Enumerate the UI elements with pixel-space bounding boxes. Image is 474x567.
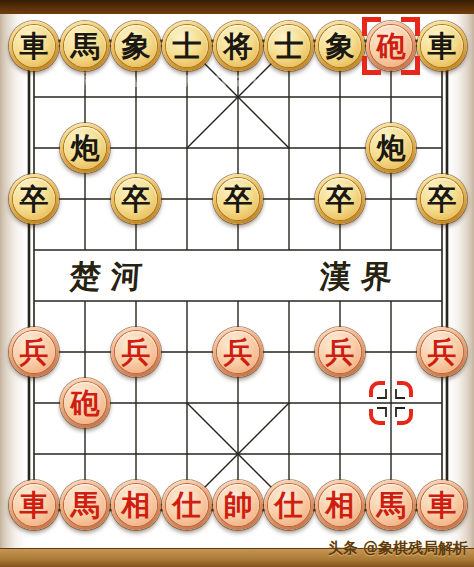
piece-glyph: 象 — [326, 21, 355, 71]
stud-icon — [101, 1, 109, 12]
piece-red-cannon[interactable]: 砲 — [366, 21, 416, 71]
board-top-rail — [0, 0, 474, 14]
river-label-han-jie: 漢界 — [295, 258, 428, 294]
piece-black-cannon[interactable]: 炮 — [60, 123, 110, 173]
piece-red-soldier[interactable]: 兵 — [315, 327, 365, 377]
stud-icon — [38, 1, 46, 12]
piece-red-cannon[interactable]: 砲 — [60, 378, 110, 428]
piece-red-horse[interactable]: 馬 — [60, 480, 110, 530]
piece-glyph: 馬 — [377, 480, 406, 530]
piece-glyph: 仕 — [275, 480, 304, 530]
piece-glyph: 馬 — [71, 480, 100, 530]
piece-red-soldier[interactable]: 兵 — [9, 327, 59, 377]
stud-icon — [291, 1, 299, 12]
stud-icon — [196, 553, 205, 562]
stud-icon — [228, 553, 237, 562]
piece-glyph: 士 — [275, 21, 304, 71]
stud-icon — [260, 1, 268, 12]
piece-black-cannon[interactable]: 炮 — [366, 123, 416, 173]
piece-red-chariot[interactable]: 車 — [9, 480, 59, 530]
piece-black-advisor[interactable]: 士 — [264, 21, 314, 71]
stud-icon — [133, 553, 142, 562]
watermark-bottom: 头条 @象棋残局解析 — [328, 539, 468, 558]
piece-glyph: 砲 — [71, 378, 100, 428]
piece-red-advisor[interactable]: 仕 — [162, 480, 212, 530]
stud-icon — [386, 1, 394, 12]
piece-glyph: 相 — [326, 480, 355, 530]
stud-icon — [450, 1, 458, 12]
piece-glyph: 将 — [224, 21, 253, 71]
piece-glyph: 象 — [122, 21, 151, 71]
piece-glyph: 仕 — [173, 480, 202, 530]
piece-black-soldier[interactable]: 卒 — [417, 174, 467, 224]
piece-glyph: 相 — [122, 480, 151, 530]
piece-red-elephant[interactable]: 相 — [111, 480, 161, 530]
piece-black-chariot[interactable]: 車 — [9, 21, 59, 71]
piece-glyph: 炮 — [71, 123, 100, 173]
stud-icon — [260, 553, 269, 562]
piece-glyph: 兵 — [20, 327, 49, 377]
stud-icon — [6, 553, 15, 562]
piece-glyph: 砲 — [377, 21, 406, 71]
piece-red-soldier[interactable]: 兵 — [417, 327, 467, 377]
piece-black-soldier[interactable]: 卒 — [111, 174, 161, 224]
piece-glyph: 車 — [428, 480, 457, 530]
piece-glyph: 卒 — [224, 174, 253, 224]
piece-glyph: 馬 — [71, 21, 100, 71]
piece-black-soldier[interactable]: 卒 — [315, 174, 365, 224]
piece-red-advisor[interactable]: 仕 — [264, 480, 314, 530]
stud-icon — [165, 553, 174, 562]
piece-glyph: 兵 — [326, 327, 355, 377]
stud-icon — [6, 1, 14, 12]
piece-glyph: 士 — [173, 21, 202, 71]
xiangqi-board[interactable]: 百科网 www.cqsiyo.com 楚河 漢界 車馬象士将士象砲車炮炮卒卒卒卒… — [0, 0, 474, 567]
piece-glyph: 兵 — [428, 327, 457, 377]
piece-black-soldier[interactable]: 卒 — [213, 174, 263, 224]
stud-icon — [69, 553, 78, 562]
piece-glyph: 車 — [20, 21, 49, 71]
stud-icon — [101, 553, 110, 562]
piece-red-soldier[interactable]: 兵 — [111, 327, 161, 377]
piece-glyph: 卒 — [326, 174, 355, 224]
piece-glyph: 車 — [428, 21, 457, 71]
piece-black-elephant[interactable]: 象 — [111, 21, 161, 71]
piece-black-elephant[interactable]: 象 — [315, 21, 365, 71]
piece-black-horse[interactable]: 馬 — [60, 21, 110, 71]
piece-red-horse[interactable]: 馬 — [366, 480, 416, 530]
stud-icon — [69, 1, 77, 12]
stud-icon — [228, 1, 236, 12]
piece-red-chariot[interactable]: 車 — [417, 480, 467, 530]
piece-red-elephant[interactable]: 相 — [315, 480, 365, 530]
piece-glyph: 卒 — [428, 174, 457, 224]
piece-glyph: 兵 — [224, 327, 253, 377]
stud-icon — [323, 1, 331, 12]
stud-icon — [165, 1, 173, 12]
piece-glyph: 炮 — [377, 123, 406, 173]
piece-glyph: 帥 — [224, 480, 253, 530]
piece-red-general[interactable]: 帥 — [213, 480, 263, 530]
piece-glyph: 車 — [20, 480, 49, 530]
piece-glyph: 兵 — [122, 327, 151, 377]
stud-icon — [196, 1, 204, 12]
piece-red-soldier[interactable]: 兵 — [213, 327, 263, 377]
piece-black-general[interactable]: 将 — [213, 21, 263, 71]
stud-icon — [133, 1, 141, 12]
piece-black-chariot[interactable]: 車 — [417, 21, 467, 71]
piece-glyph: 卒 — [20, 174, 49, 224]
stud-icon — [418, 1, 426, 12]
river-label-chu-he: 楚河 — [45, 258, 178, 294]
stud-icon — [355, 1, 363, 12]
piece-black-advisor[interactable]: 士 — [162, 21, 212, 71]
stud-icon — [38, 553, 47, 562]
piece-black-soldier[interactable]: 卒 — [9, 174, 59, 224]
stud-icon — [291, 553, 300, 562]
piece-glyph: 卒 — [122, 174, 151, 224]
